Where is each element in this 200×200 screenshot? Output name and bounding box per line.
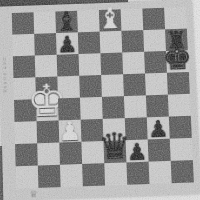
board-square-r4c7 (168, 94, 191, 117)
board-square-r6c3 (81, 141, 104, 164)
board-square-r1c5 (121, 30, 144, 52)
board-square-r4c0 (14, 99, 37, 122)
board-square-r6c1 (37, 143, 60, 166)
board-square-r1c1 (34, 33, 56, 55)
board-square-r0c2: ♝ (55, 11, 77, 33)
board-square-r1c4 (100, 31, 123, 53)
board-square-r0c6 (142, 8, 165, 30)
board-square-r2c5 (122, 52, 145, 75)
board-square-r6c0 (15, 143, 38, 166)
board-square-r6c4: ♛ (103, 140, 126, 163)
board-square-r0c0 (12, 12, 34, 34)
crown-logo-icon: ♕ (29, 190, 37, 199)
board-square-r1c2: ♟ (56, 32, 79, 54)
board-square-r6c5: ♟ (126, 139, 149, 162)
board-square-r2c6 (144, 51, 167, 74)
board-square-r5c5 (125, 117, 148, 140)
board-square-r2c3 (79, 53, 102, 76)
chessboard-photo: DGT CHESS ♕ ♝♝♟♜♚♚♟♟♛♟ (0, 0, 200, 200)
board-square-r1c3 (78, 32, 101, 54)
board-square-r5c0 (15, 121, 38, 144)
board-square-r0c5 (121, 9, 144, 31)
chess-piece-black-b: ♝ (54, 8, 79, 35)
board-square-r3c1 (35, 77, 58, 100)
board-square-r4c5 (124, 95, 147, 118)
board-square-r4c6 (146, 95, 169, 118)
board-square-r3c5 (123, 73, 146, 96)
board-square-r5c1 (37, 120, 60, 143)
board-square-r3c3 (79, 75, 102, 98)
chess-board: DGT CHESS ♕ ♝♝♟♜♚♚♟♟♛♟ (0, 0, 200, 200)
board-square-r2c0 (13, 56, 35, 79)
board-square-r3c2 (57, 76, 80, 99)
board-square-r3c6 (145, 73, 168, 96)
board-square-r4c2 (58, 98, 81, 121)
chess-piece-white-b: ♝ (96, 3, 124, 33)
board-square-r7c6 (149, 161, 172, 184)
board-square-r6c6 (148, 139, 171, 162)
board-square-r3c4 (101, 74, 124, 97)
board-square-r7c0 (16, 166, 39, 189)
board-brand-text: DGT CHESS (2, 57, 8, 94)
board-square-r7c3 (82, 163, 105, 186)
board-square-r1c0 (12, 34, 34, 56)
board-square-r6c2 (59, 142, 82, 165)
board-square-r0c4: ♝ (99, 9, 122, 31)
chess-piece-white-p: ♟ (58, 118, 82, 145)
board-square-r7c7 (171, 160, 194, 183)
board-square-r2c7: ♚ (166, 50, 189, 73)
board-square-r2c2 (57, 54, 80, 77)
board-square-r6c7 (170, 138, 193, 161)
board-square-r3c0 (13, 77, 36, 100)
board-square-r4c3 (80, 97, 103, 120)
board-square-r4c4 (102, 96, 125, 119)
board-square-r5c4 (103, 118, 126, 141)
board-square-r0c1 (34, 12, 56, 34)
board-square-r3c7 (167, 72, 190, 95)
board-square-r7c4 (104, 162, 127, 185)
board-square-r0c7 (164, 7, 187, 29)
board-square-r5c7 (169, 116, 192, 139)
board-square-r7c2 (60, 164, 83, 187)
board-square-r2c4 (100, 52, 123, 75)
board-square-r1c7: ♜ (165, 29, 188, 51)
board-square-r5c6: ♟ (147, 117, 170, 140)
board-square-r1c6 (143, 29, 166, 51)
board-square-r0c3 (77, 10, 100, 32)
chess-piece-black-r: ♜ (165, 28, 188, 53)
board-square-r2c1 (35, 55, 58, 78)
board-square-r4c1: ♚ (36, 98, 59, 121)
board-grid: ♝♝♟♜♚♚♟♟♛♟ (12, 7, 194, 189)
board-square-r7c1 (38, 165, 61, 188)
board-square-r5c3 (81, 119, 104, 142)
board-square-r5c2: ♟ (59, 120, 82, 143)
board-square-r7c5 (126, 162, 149, 185)
